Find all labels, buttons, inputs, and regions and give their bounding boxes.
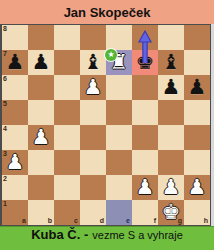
square-d7[interactable]: ♝ (80, 50, 106, 75)
square-f7[interactable]: ♚ (132, 50, 158, 75)
piece-white-king[interactable]: ♚ (162, 200, 181, 225)
file-label-f: f (154, 217, 156, 225)
square-b1[interactable]: b (28, 200, 54, 225)
piece-white-pawn[interactable]: ♟ (188, 175, 207, 200)
square-b8[interactable] (28, 25, 54, 50)
piece-black-pawn[interactable]: ♟ (162, 75, 181, 100)
square-c6[interactable] (54, 75, 80, 100)
square-a2[interactable]: 2 (2, 175, 28, 200)
square-f8[interactable] (132, 25, 158, 50)
square-g2[interactable]: ♟ (158, 175, 184, 200)
square-a8[interactable]: 8 (2, 25, 28, 50)
square-b5[interactable] (28, 100, 54, 125)
file-label-h: h (204, 217, 208, 225)
square-h1[interactable]: h (184, 200, 210, 225)
square-e3[interactable] (106, 150, 132, 175)
square-b2[interactable] (28, 175, 54, 200)
square-a6[interactable]: 6 (2, 75, 28, 100)
square-f2[interactable]: ♟ (132, 175, 158, 200)
square-h4[interactable] (184, 125, 210, 150)
rank-label-8: 8 (3, 25, 7, 33)
square-a7[interactable]: 7♟ (2, 50, 28, 75)
square-a3[interactable]: 3♟ (2, 150, 28, 175)
piece-black-bishop[interactable]: ♝ (84, 50, 103, 75)
square-c7[interactable] (54, 50, 80, 75)
square-h2[interactable]: ♟ (184, 175, 210, 200)
square-e1[interactable]: e (106, 200, 132, 225)
square-a4[interactable]: 4 (2, 125, 28, 150)
square-d5[interactable] (80, 100, 106, 125)
best-move-star-badge: ★ (105, 49, 117, 61)
piece-black-pawn[interactable]: ♟ (6, 50, 25, 75)
file-label-e: e (126, 217, 130, 225)
file-label-c: c (74, 217, 78, 225)
square-e8[interactable] (106, 25, 132, 50)
square-b4[interactable]: ♟ (28, 125, 54, 150)
square-d1[interactable]: d (80, 200, 106, 225)
piece-black-king[interactable]: ♚ (136, 50, 155, 75)
square-e6[interactable] (106, 75, 132, 100)
piece-white-pawn[interactable]: ♟ (84, 75, 103, 100)
square-d6[interactable]: ♟ (80, 75, 106, 100)
square-f4[interactable] (132, 125, 158, 150)
square-c5[interactable] (54, 100, 80, 125)
file-label-a: a (22, 217, 26, 225)
square-h5[interactable] (184, 100, 210, 125)
top-player-name: Jan Skopeček (64, 5, 151, 20)
square-c4[interactable] (54, 125, 80, 150)
square-g1[interactable]: g♚ (158, 200, 184, 225)
bottom-player-bar: Kuba Č. - vezme S a vyhraje (0, 226, 214, 250)
piece-white-pawn[interactable]: ♟ (6, 150, 25, 175)
square-f3[interactable] (132, 150, 158, 175)
piece-white-pawn[interactable]: ♟ (136, 175, 155, 200)
piece-black-pawn[interactable]: ♟ (32, 50, 51, 75)
square-f5[interactable] (132, 100, 158, 125)
square-c1[interactable]: c (54, 200, 80, 225)
square-g3[interactable] (158, 150, 184, 175)
board-frame: 87♟♟♝♜♚♝6♟♟♟54♟3♟2♟♟♟1abcdefg♚h ★ (0, 24, 211, 226)
piece-white-pawn[interactable]: ♟ (162, 175, 181, 200)
square-h3[interactable] (184, 150, 210, 175)
square-d4[interactable] (80, 125, 106, 150)
square-c8[interactable] (54, 25, 80, 50)
square-h8[interactable] (184, 25, 210, 50)
square-b7[interactable]: ♟ (28, 50, 54, 75)
bottom-player-name: Kuba Č. - (31, 227, 88, 242)
square-d3[interactable] (80, 150, 106, 175)
chess-board: 87♟♟♝♜♚♝6♟♟♟54♟3♟2♟♟♟1abcdefg♚h ★ (2, 25, 210, 225)
square-e5[interactable] (106, 100, 132, 125)
square-h7[interactable] (184, 50, 210, 75)
piece-black-bishop[interactable]: ♝ (162, 50, 181, 75)
square-g7[interactable]: ♝ (158, 50, 184, 75)
move-comment: vezme S a vyhraje (92, 229, 182, 241)
square-f1[interactable]: f (132, 200, 158, 225)
rank-label-1: 1 (3, 200, 7, 208)
square-e2[interactable] (106, 175, 132, 200)
file-label-d: d (100, 217, 104, 225)
square-g8[interactable] (158, 25, 184, 50)
chess-diagram-app: Jan Skopeček 87♟♟♝♜♚♝6♟♟♟54♟3♟2♟♟♟1abcde… (0, 0, 214, 250)
file-label-b: b (48, 217, 52, 225)
square-d2[interactable] (80, 175, 106, 200)
rank-label-5: 5 (3, 100, 7, 108)
square-f6[interactable] (132, 75, 158, 100)
piece-black-pawn[interactable]: ♟ (188, 75, 207, 100)
rank-label-6: 6 (3, 75, 7, 83)
top-player-bar: Jan Skopeček (0, 0, 214, 24)
square-g5[interactable] (158, 100, 184, 125)
rank-label-2: 2 (3, 175, 7, 183)
square-d8[interactable] (80, 25, 106, 50)
square-c3[interactable] (54, 150, 80, 175)
square-b3[interactable] (28, 150, 54, 175)
piece-white-pawn[interactable]: ♟ (32, 125, 51, 150)
square-c2[interactable] (54, 175, 80, 200)
square-a1[interactable]: 1a (2, 200, 28, 225)
square-g6[interactable]: ♟ (158, 75, 184, 100)
square-b6[interactable] (28, 75, 54, 100)
square-e4[interactable] (106, 125, 132, 150)
rank-label-4: 4 (3, 125, 7, 133)
square-h6[interactable]: ♟ (184, 75, 210, 100)
square-a5[interactable]: 5 (2, 100, 28, 125)
square-g4[interactable] (158, 125, 184, 150)
